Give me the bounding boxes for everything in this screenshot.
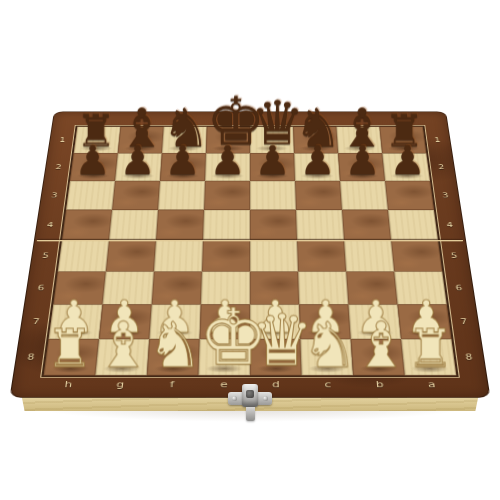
clasp-screw-left xyxy=(232,396,237,401)
square-h2[interactable]: ♟ xyxy=(70,153,118,181)
square-d3[interactable] xyxy=(250,181,296,210)
square-b5[interactable] xyxy=(344,240,394,272)
light-knight[interactable]: ♞ xyxy=(147,315,199,374)
file-label-c: c xyxy=(302,375,355,397)
chess-board: 12345678 12345678 hgfedcba ♜♝♞♚♛♞♝♜♟♟♟♟♟… xyxy=(9,111,490,397)
file-label-a: a xyxy=(405,375,460,397)
square-e2[interactable]: ♟ xyxy=(205,153,250,181)
rank-label-left-5: 5 xyxy=(29,240,62,272)
light-knight[interactable]: ♞ xyxy=(302,315,354,374)
rank-label-left-3: 3 xyxy=(39,181,70,210)
square-c2[interactable]: ♟ xyxy=(294,153,340,181)
file-label-g: g xyxy=(93,375,147,397)
square-a5[interactable] xyxy=(391,240,442,272)
square-e8[interactable]: ♚ xyxy=(198,339,250,375)
rank-label-left-1: 1 xyxy=(47,127,77,154)
square-h4[interactable] xyxy=(62,210,112,240)
clasp-tongue xyxy=(246,407,255,421)
square-e4[interactable] xyxy=(203,210,250,240)
square-b3[interactable] xyxy=(340,181,388,210)
square-h5[interactable] xyxy=(58,240,109,272)
square-a2[interactable]: ♟ xyxy=(382,153,430,181)
dark-pawn[interactable]: ♟ xyxy=(340,142,385,180)
file-label-f: f xyxy=(145,375,198,397)
rank-label-right-2: 2 xyxy=(426,153,457,181)
square-c8[interactable]: ♞ xyxy=(300,339,353,375)
square-d2[interactable]: ♟ xyxy=(250,153,295,181)
square-g3[interactable] xyxy=(112,181,160,210)
square-b8[interactable]: ♝ xyxy=(351,339,405,375)
light-rook[interactable]: ♜ xyxy=(44,325,96,375)
dark-pawn[interactable]: ♟ xyxy=(160,142,205,180)
light-king[interactable]: ♚ xyxy=(198,301,250,375)
board-scene: 12345678 12345678 hgfedcba ♜♝♞♚♛♞♝♜♟♟♟♟♟… xyxy=(0,0,500,500)
rank-label-right-1: 1 xyxy=(423,127,453,154)
square-f4[interactable] xyxy=(156,210,204,240)
square-h3[interactable] xyxy=(66,181,115,210)
dark-pawn[interactable]: ♟ xyxy=(295,142,340,180)
square-g8[interactable]: ♝ xyxy=(95,339,149,375)
light-rook[interactable]: ♜ xyxy=(405,325,457,375)
square-b4[interactable] xyxy=(342,210,391,240)
rank-label-right-8: 8 xyxy=(451,339,487,375)
square-c3[interactable] xyxy=(295,181,342,210)
chess-set-photo: 12345678 12345678 hgfedcba ♜♝♞♚♛♞♝♜♟♟♟♟♟… xyxy=(0,0,500,500)
metal-clasp xyxy=(228,384,272,424)
square-b2[interactable]: ♟ xyxy=(338,153,385,181)
dark-pawn[interactable]: ♟ xyxy=(250,142,295,180)
dark-pawn[interactable]: ♟ xyxy=(115,142,160,180)
square-f5[interactable] xyxy=(154,240,203,272)
board-grid: ♜♝♞♚♛♞♝♜♟♟♟♟♟♟♟♟♟♟♟♟♟♟♟♟♜♝♞♚♛♞♝♜ xyxy=(44,127,457,376)
file-label-b: b xyxy=(353,375,407,397)
clasp-screw-right xyxy=(263,396,268,401)
square-f2[interactable]: ♟ xyxy=(160,153,206,181)
square-a3[interactable] xyxy=(385,181,434,210)
dark-pawn[interactable]: ♟ xyxy=(385,142,430,180)
square-g4[interactable] xyxy=(109,210,158,240)
square-c5[interactable] xyxy=(297,240,346,272)
dark-pawn[interactable]: ♟ xyxy=(205,142,250,180)
rank-label-left-2: 2 xyxy=(43,153,74,181)
square-d4[interactable] xyxy=(250,210,297,240)
square-a4[interactable] xyxy=(388,210,438,240)
clasp-notch xyxy=(246,390,254,398)
square-g5[interactable] xyxy=(106,240,156,272)
square-e5[interactable] xyxy=(202,240,250,272)
square-g2[interactable]: ♟ xyxy=(115,153,162,181)
square-e3[interactable] xyxy=(204,181,250,210)
square-f3[interactable] xyxy=(158,181,205,210)
square-a8[interactable]: ♜ xyxy=(401,339,456,375)
square-h8[interactable]: ♜ xyxy=(44,339,99,375)
light-bishop[interactable]: ♝ xyxy=(95,315,147,374)
dark-pawn[interactable]: ♟ xyxy=(70,142,115,180)
square-d5[interactable] xyxy=(250,240,298,272)
square-f8[interactable]: ♞ xyxy=(147,339,200,375)
rank-label-right-3: 3 xyxy=(430,181,461,210)
file-label-h: h xyxy=(41,375,96,397)
square-c4[interactable] xyxy=(296,210,344,240)
rank-label-right-5: 5 xyxy=(438,240,471,272)
light-bishop[interactable]: ♝ xyxy=(353,315,405,374)
rank-label-right-4: 4 xyxy=(434,210,466,240)
rank-label-left-4: 4 xyxy=(34,210,66,240)
